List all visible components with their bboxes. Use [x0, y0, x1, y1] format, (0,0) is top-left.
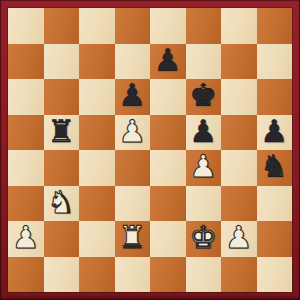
square-e7[interactable]: ♟ [150, 44, 186, 80]
square-b1[interactable] [44, 257, 80, 293]
black-pawn: ♟ [118, 80, 146, 111]
square-g3[interactable] [221, 186, 257, 222]
white-knight: ♞ [47, 187, 75, 218]
square-f7[interactable] [186, 44, 222, 80]
square-h6[interactable] [257, 79, 293, 115]
square-d4[interactable] [115, 150, 151, 186]
square-h4[interactable]: ♞ [257, 150, 293, 186]
square-h2[interactable] [257, 221, 293, 257]
square-a1[interactable] [8, 257, 44, 293]
black-king: ♚ [189, 80, 217, 111]
square-h7[interactable] [257, 44, 293, 80]
square-d5[interactable]: ♟ [115, 115, 151, 151]
black-pawn: ♟ [189, 116, 217, 147]
square-c2[interactable] [79, 221, 115, 257]
square-a7[interactable] [8, 44, 44, 80]
black-pawn: ♟ [154, 45, 182, 76]
chess-board: ♟♟♚♜♟♟♟♟♞♞♟♜♚♟ [8, 8, 292, 292]
square-f2[interactable]: ♚ [186, 221, 222, 257]
square-d1[interactable] [115, 257, 151, 293]
square-g7[interactable] [221, 44, 257, 80]
square-d2[interactable]: ♜ [115, 221, 151, 257]
square-g5[interactable] [221, 115, 257, 151]
square-a8[interactable] [8, 8, 44, 44]
square-d6[interactable]: ♟ [115, 79, 151, 115]
square-a6[interactable] [8, 79, 44, 115]
square-f8[interactable] [186, 8, 222, 44]
square-c1[interactable] [79, 257, 115, 293]
square-b2[interactable] [44, 221, 80, 257]
square-b6[interactable] [44, 79, 80, 115]
square-e3[interactable] [150, 186, 186, 222]
square-h5[interactable]: ♟ [257, 115, 293, 151]
black-rook: ♜ [47, 116, 75, 147]
square-d8[interactable] [115, 8, 151, 44]
square-e6[interactable] [150, 79, 186, 115]
square-f5[interactable]: ♟ [186, 115, 222, 151]
white-pawn: ♟ [118, 116, 146, 147]
square-f3[interactable] [186, 186, 222, 222]
white-rook: ♜ [118, 222, 146, 253]
square-c6[interactable] [79, 79, 115, 115]
square-g6[interactable] [221, 79, 257, 115]
square-h8[interactable] [257, 8, 293, 44]
square-b3[interactable]: ♞ [44, 186, 80, 222]
black-knight: ♞ [260, 151, 288, 182]
square-b4[interactable] [44, 150, 80, 186]
black-pawn: ♟ [260, 116, 288, 147]
square-g1[interactable] [221, 257, 257, 293]
square-a4[interactable] [8, 150, 44, 186]
square-c8[interactable] [79, 8, 115, 44]
square-a2[interactable]: ♟ [8, 221, 44, 257]
square-c3[interactable] [79, 186, 115, 222]
square-h1[interactable] [257, 257, 293, 293]
white-king: ♚ [189, 222, 217, 253]
square-b5[interactable]: ♜ [44, 115, 80, 151]
square-g4[interactable] [221, 150, 257, 186]
square-h3[interactable] [257, 186, 293, 222]
square-b7[interactable] [44, 44, 80, 80]
square-a3[interactable] [8, 186, 44, 222]
white-pawn: ♟ [225, 222, 253, 253]
white-pawn: ♟ [12, 222, 40, 253]
square-e5[interactable] [150, 115, 186, 151]
square-f1[interactable] [186, 257, 222, 293]
square-a5[interactable] [8, 115, 44, 151]
square-d7[interactable] [115, 44, 151, 80]
square-b8[interactable] [44, 8, 80, 44]
chess-board-frame: ♟♟♚♜♟♟♟♟♞♞♟♜♚♟ [0, 0, 300, 300]
square-f4[interactable]: ♟ [186, 150, 222, 186]
square-c4[interactable] [79, 150, 115, 186]
square-e1[interactable] [150, 257, 186, 293]
square-g8[interactable] [221, 8, 257, 44]
square-c7[interactable] [79, 44, 115, 80]
square-e8[interactable] [150, 8, 186, 44]
square-e4[interactable] [150, 150, 186, 186]
square-e2[interactable] [150, 221, 186, 257]
white-pawn: ♟ [189, 151, 217, 182]
square-d3[interactable] [115, 186, 151, 222]
square-f6[interactable]: ♚ [186, 79, 222, 115]
square-g2[interactable]: ♟ [221, 221, 257, 257]
square-c5[interactable] [79, 115, 115, 151]
